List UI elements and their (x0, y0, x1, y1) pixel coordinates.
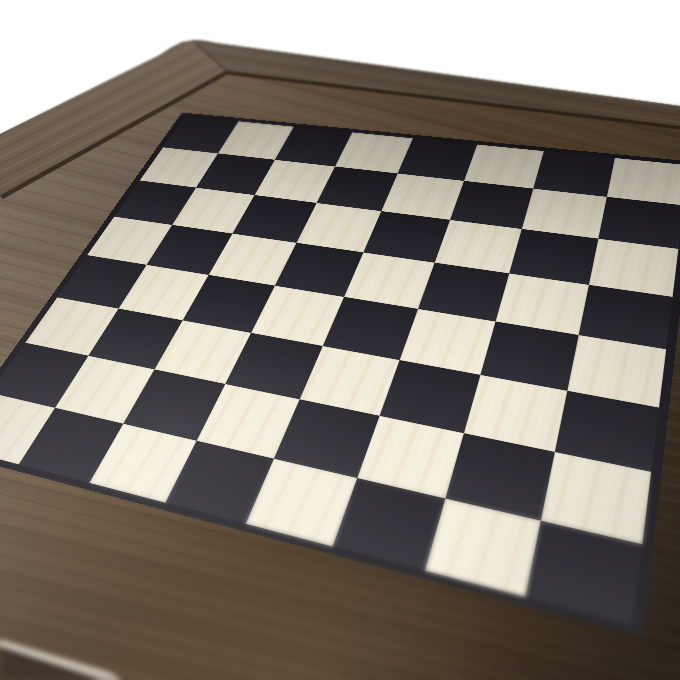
scene-caption: Angled product photo of an empty chess t… (0, 0, 1, 1)
chess-table-photo: Angled product photo of an empty chess t… (0, 0, 680, 680)
